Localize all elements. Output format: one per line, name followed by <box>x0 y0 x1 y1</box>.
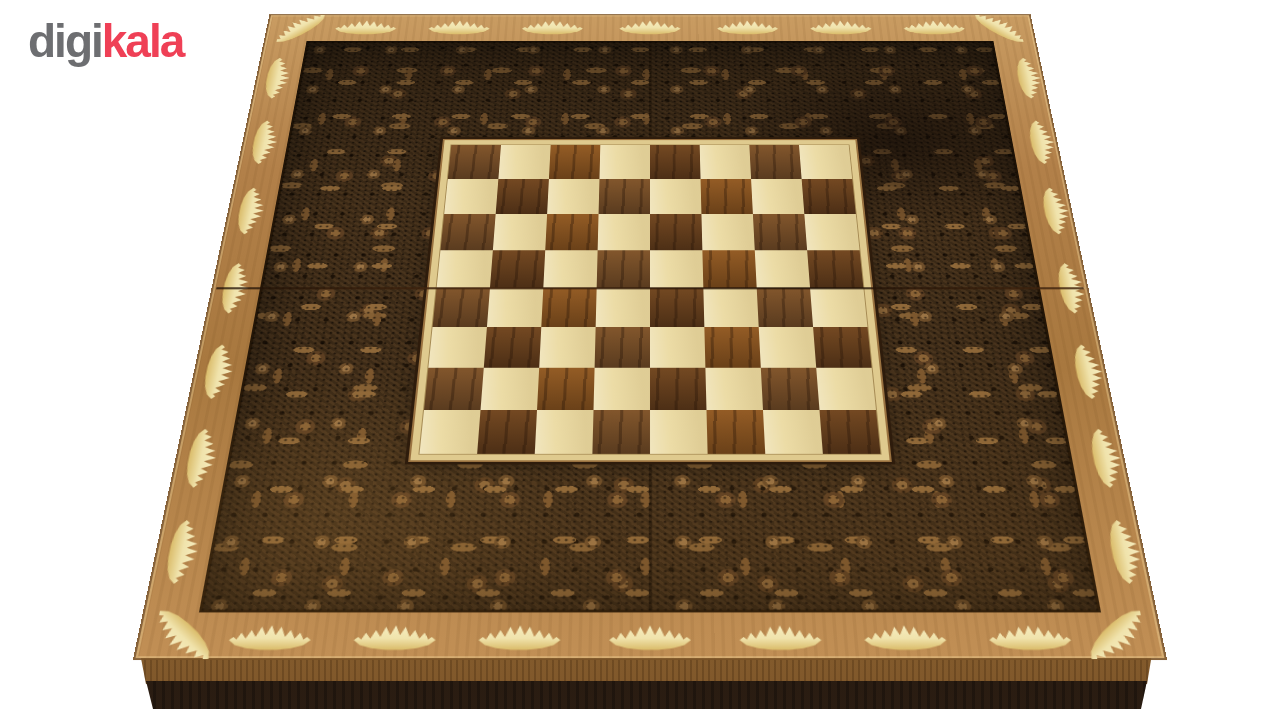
square-h2 <box>816 368 876 410</box>
square-f4 <box>703 288 758 327</box>
square-h3 <box>813 327 872 368</box>
square-d1 <box>592 410 650 454</box>
gold-leaf-inlay <box>717 20 779 35</box>
square-c2 <box>537 368 595 410</box>
square-c1 <box>535 410 594 454</box>
gold-leaf-inlay <box>739 624 822 651</box>
square-d2 <box>594 368 650 410</box>
square-d8 <box>599 145 650 179</box>
gold-leaf-inlay <box>1105 520 1149 584</box>
square-a8 <box>448 145 501 179</box>
square-g8 <box>749 145 801 179</box>
square-f8 <box>700 145 751 179</box>
square-b1 <box>477 410 537 454</box>
gold-leaf-inlay <box>521 20 583 35</box>
square-g6 <box>753 214 807 250</box>
gold-leaf-inlay <box>478 624 561 651</box>
board-grid <box>420 145 881 454</box>
logo-digi: digi <box>28 15 102 67</box>
chess-board <box>135 15 1164 658</box>
square-f1 <box>706 410 765 454</box>
gold-leaf-inlay <box>987 624 1073 651</box>
gold-leaf-inlay <box>234 188 269 235</box>
square-e8 <box>650 145 701 179</box>
square-a1 <box>420 410 481 454</box>
square-a6 <box>440 214 495 250</box>
square-d6 <box>598 214 650 250</box>
square-a3 <box>428 327 487 368</box>
square-a4 <box>433 288 490 327</box>
logo-kala: kala <box>102 15 184 67</box>
square-e4 <box>650 288 704 327</box>
square-c4 <box>541 288 596 327</box>
square-f3 <box>704 327 760 368</box>
square-d3 <box>595 327 650 368</box>
digikala-logo: digikala <box>28 18 183 64</box>
square-b5 <box>490 250 545 288</box>
square-e3 <box>650 327 705 368</box>
gold-leaf-inlay <box>609 624 691 651</box>
square-g2 <box>761 368 820 410</box>
gold-leaf-inlay <box>1026 121 1060 164</box>
square-g1 <box>763 410 823 454</box>
square-g5 <box>755 250 810 288</box>
square-d7 <box>599 179 650 214</box>
square-b4 <box>487 288 543 327</box>
square-f2 <box>705 368 763 410</box>
gold-leaf-inlay <box>262 58 295 99</box>
square-b3 <box>484 327 541 368</box>
square-h6 <box>804 214 859 250</box>
square-d4 <box>596 288 650 327</box>
square-h7 <box>802 179 856 214</box>
square-b7 <box>496 179 549 214</box>
square-c7 <box>547 179 599 214</box>
gold-leaf-inlay <box>1087 429 1128 488</box>
square-h4 <box>810 288 867 327</box>
square-g7 <box>751 179 804 214</box>
fold-seam <box>216 287 1084 289</box>
square-a5 <box>437 250 493 288</box>
square-a7 <box>444 179 498 214</box>
square-e2 <box>650 368 706 410</box>
gold-leaf-inlay <box>428 20 491 35</box>
gold-leaf-inlay <box>1071 345 1110 399</box>
square-d5 <box>597 250 650 288</box>
square-b6 <box>493 214 547 250</box>
gold-leaf-inlay <box>1040 188 1076 235</box>
gold-leaf-inlay <box>200 345 239 399</box>
square-f5 <box>702 250 756 288</box>
square-a2 <box>424 368 484 410</box>
square-b8 <box>498 145 550 179</box>
playing-surface <box>410 140 889 460</box>
gold-leaf-inlay <box>902 20 965 35</box>
gold-leaf-inlay <box>249 121 283 164</box>
gold-leaf-inlay <box>353 624 437 651</box>
square-h5 <box>807 250 863 288</box>
gold-leaf-inlay <box>863 624 947 651</box>
square-e1 <box>650 410 708 454</box>
gold-leaf-inlay <box>227 624 313 651</box>
square-e5 <box>650 250 703 288</box>
square-c6 <box>545 214 598 250</box>
square-e7 <box>650 179 701 214</box>
product-photo-scene <box>0 0 1280 720</box>
square-c8 <box>549 145 600 179</box>
square-c3 <box>539 327 595 368</box>
square-c5 <box>543 250 597 288</box>
square-g3 <box>759 327 816 368</box>
gold-leaf-inlay <box>810 20 873 35</box>
square-e6 <box>650 214 702 250</box>
square-f6 <box>701 214 754 250</box>
square-h1 <box>819 410 880 454</box>
square-f7 <box>701 179 753 214</box>
square-b2 <box>481 368 540 410</box>
gold-leaf-inlay <box>182 429 223 488</box>
square-h8 <box>799 145 852 179</box>
gold-leaf-inlay <box>334 20 397 35</box>
square-g4 <box>757 288 813 327</box>
gold-leaf-inlay <box>162 520 205 584</box>
gold-leaf-inlay <box>1014 58 1047 99</box>
gold-leaf-inlay <box>619 20 680 35</box>
